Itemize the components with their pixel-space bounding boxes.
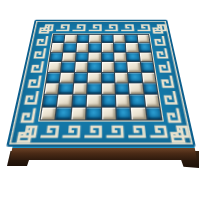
square-b7[interactable] xyxy=(64,43,76,51)
greek-key-motif xyxy=(137,25,150,30)
greek-key-motif xyxy=(171,127,184,142)
square-h1[interactable] xyxy=(146,107,162,119)
square-h4[interactable] xyxy=(142,72,156,82)
square-d2[interactable] xyxy=(87,95,101,106)
square-g4[interactable] xyxy=(128,72,142,82)
square-c8[interactable] xyxy=(77,35,89,43)
square-b4[interactable] xyxy=(60,72,74,82)
square-f2[interactable] xyxy=(116,95,130,106)
greek-key-motif xyxy=(162,76,173,87)
square-h6[interactable] xyxy=(139,52,152,61)
square-b1[interactable] xyxy=(56,107,71,119)
square-a7[interactable] xyxy=(51,43,64,51)
square-h7[interactable] xyxy=(138,43,151,51)
square-f8[interactable] xyxy=(113,35,125,43)
square-a2[interactable] xyxy=(43,95,58,106)
chess-board xyxy=(6,20,196,147)
square-c3[interactable] xyxy=(73,83,87,94)
square-a6[interactable] xyxy=(50,52,63,61)
square-c4[interactable] xyxy=(74,72,87,82)
square-f7[interactable] xyxy=(114,43,126,51)
greek-key-motif xyxy=(121,25,133,30)
greek-key-motif xyxy=(106,127,122,137)
greek-key-motif xyxy=(164,91,176,103)
square-c1[interactable] xyxy=(71,107,86,119)
square-a5[interactable] xyxy=(48,62,61,71)
square-c6[interactable] xyxy=(76,52,88,61)
greek-key-motif xyxy=(26,91,38,103)
greek-key-motif xyxy=(35,48,45,57)
greek-key-motif xyxy=(84,127,100,137)
square-b6[interactable] xyxy=(63,52,76,61)
greek-key-motif xyxy=(167,108,180,121)
square-h8[interactable] xyxy=(137,35,149,43)
square-e4[interactable] xyxy=(102,72,115,82)
board-wooden-edge xyxy=(10,145,197,160)
square-e5[interactable] xyxy=(101,62,113,71)
square-d4[interactable] xyxy=(88,72,101,82)
square-g2[interactable] xyxy=(130,95,145,106)
square-d7[interactable] xyxy=(89,43,101,51)
greek-key-motif xyxy=(37,36,47,45)
square-a8[interactable] xyxy=(52,35,64,43)
photo-background xyxy=(0,0,200,200)
square-e3[interactable] xyxy=(102,83,115,94)
square-g7[interactable] xyxy=(126,43,138,51)
square-e1[interactable] xyxy=(102,107,116,119)
square-e6[interactable] xyxy=(101,52,113,61)
greek-key-motif xyxy=(72,25,84,30)
greek-key-motif xyxy=(149,127,166,137)
square-f1[interactable] xyxy=(116,107,131,119)
greek-key-motif xyxy=(29,76,40,87)
square-h3[interactable] xyxy=(143,83,157,94)
greek-key-motif xyxy=(157,48,167,57)
square-g8[interactable] xyxy=(125,35,137,43)
greek-key-motif xyxy=(128,127,145,137)
greek-key-motif xyxy=(18,127,31,142)
greek-key-motif xyxy=(153,25,162,33)
greek-key-motif xyxy=(40,127,57,137)
greek-key-motif xyxy=(32,61,43,71)
square-g5[interactable] xyxy=(127,62,140,71)
square-e7[interactable] xyxy=(101,43,113,51)
greek-key-motif xyxy=(22,108,35,121)
square-h2[interactable] xyxy=(144,95,159,106)
square-b8[interactable] xyxy=(65,35,77,43)
square-h5[interactable] xyxy=(140,62,153,71)
square-f4[interactable] xyxy=(115,72,128,82)
greek-key-motif xyxy=(89,25,101,30)
square-d8[interactable] xyxy=(89,35,100,43)
greek-key-motif xyxy=(62,127,79,137)
square-a3[interactable] xyxy=(45,83,59,94)
greek-key-motif xyxy=(159,61,170,71)
square-d5[interactable] xyxy=(88,62,100,71)
greek-key-border-bottom xyxy=(15,124,192,140)
square-d6[interactable] xyxy=(89,52,101,61)
square-g1[interactable] xyxy=(131,107,146,119)
play-area xyxy=(38,33,164,121)
greek-key-motif xyxy=(105,25,117,30)
square-b5[interactable] xyxy=(61,62,74,71)
square-f6[interactable] xyxy=(114,52,126,61)
square-g3[interactable] xyxy=(129,83,143,94)
square-e2[interactable] xyxy=(102,95,116,106)
square-d3[interactable] xyxy=(87,83,100,94)
greek-key-motif xyxy=(40,25,49,33)
square-b3[interactable] xyxy=(59,83,73,94)
square-e8[interactable] xyxy=(101,35,112,43)
square-a1[interactable] xyxy=(41,107,57,119)
square-g6[interactable] xyxy=(127,52,140,61)
square-c5[interactable] xyxy=(75,62,88,71)
square-d1[interactable] xyxy=(86,107,100,119)
square-f5[interactable] xyxy=(114,62,127,71)
square-c2[interactable] xyxy=(72,95,86,106)
greek-key-border-top xyxy=(37,23,168,32)
greek-key-motif xyxy=(155,36,165,45)
square-c7[interactable] xyxy=(76,43,88,51)
square-f3[interactable] xyxy=(115,83,129,94)
square-a4[interactable] xyxy=(46,72,60,82)
greek-key-motif xyxy=(56,25,68,30)
square-b2[interactable] xyxy=(57,95,72,106)
board-face xyxy=(6,20,196,147)
